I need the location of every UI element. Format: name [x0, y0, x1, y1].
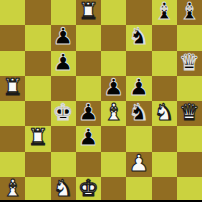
square-b8[interactable] — [25, 0, 50, 25]
square-b6[interactable] — [25, 51, 50, 76]
black-queen-h6[interactable]: ♛ — [179, 51, 200, 74]
square-c8[interactable] — [51, 0, 76, 25]
square-e5[interactable]: ♟ — [101, 76, 126, 101]
square-e2[interactable] — [101, 152, 126, 177]
square-c4[interactable]: ♚ — [51, 101, 76, 126]
black-pawn-d4[interactable]: ♟ — [78, 101, 99, 124]
square-f4[interactable]: ♞ — [126, 101, 151, 126]
white-king-d1[interactable]: ♚ — [78, 177, 99, 200]
black-pawn-f5[interactable]: ♟ — [129, 76, 150, 99]
square-f7[interactable]: ♞ — [126, 25, 151, 50]
square-f6[interactable] — [126, 51, 151, 76]
square-c6[interactable]: ♟ — [51, 51, 76, 76]
square-g1[interactable] — [152, 177, 177, 202]
square-h1[interactable] — [177, 177, 202, 202]
square-f3[interactable] — [126, 126, 151, 151]
square-c2[interactable] — [51, 152, 76, 177]
square-h8[interactable]: ♝ — [177, 0, 202, 25]
white-rook-a5[interactable]: ♜ — [2, 76, 23, 99]
square-e4[interactable]: ♝ — [101, 101, 126, 126]
square-d4[interactable]: ♟ — [76, 101, 101, 126]
square-g6[interactable] — [152, 51, 177, 76]
square-c5[interactable] — [51, 76, 76, 101]
square-d1[interactable]: ♚ — [76, 177, 101, 202]
square-b1[interactable] — [25, 177, 50, 202]
square-d6[interactable] — [76, 51, 101, 76]
square-b4[interactable] — [25, 101, 50, 126]
square-g4[interactable]: ♞ — [152, 101, 177, 126]
square-f1[interactable] — [126, 177, 151, 202]
square-a8[interactable] — [0, 0, 25, 25]
white-pawn-f2[interactable]: ♟ — [129, 152, 150, 175]
square-h7[interactable] — [177, 25, 202, 50]
square-f8[interactable] — [126, 0, 151, 25]
square-h5[interactable] — [177, 76, 202, 101]
white-knight-g4[interactable]: ♞ — [154, 101, 175, 124]
square-e1[interactable] — [101, 177, 126, 202]
square-a4[interactable] — [0, 101, 25, 126]
square-b2[interactable] — [25, 152, 50, 177]
square-b3[interactable]: ♜ — [25, 126, 50, 151]
white-rook-d8[interactable]: ♜ — [78, 0, 99, 23]
square-g8[interactable]: ♝ — [152, 0, 177, 25]
square-g2[interactable] — [152, 152, 177, 177]
square-f2[interactable]: ♟ — [126, 152, 151, 177]
square-e6[interactable] — [101, 51, 126, 76]
white-knight-c1[interactable]: ♞ — [53, 177, 74, 200]
white-bishop-e4[interactable]: ♝ — [103, 101, 124, 124]
square-a5[interactable]: ♜ — [0, 76, 25, 101]
white-bishop-a1[interactable]: ♝ — [2, 177, 23, 200]
black-knight-f4[interactable]: ♞ — [129, 101, 150, 124]
square-d5[interactable] — [76, 76, 101, 101]
square-h6[interactable]: ♛ — [177, 51, 202, 76]
square-h3[interactable] — [177, 126, 202, 151]
black-knight-f7[interactable]: ♞ — [129, 25, 150, 48]
black-bishop-h8[interactable]: ♝ — [179, 0, 200, 23]
square-d7[interactable] — [76, 25, 101, 50]
square-a3[interactable] — [0, 126, 25, 151]
square-d8[interactable]: ♜ — [76, 0, 101, 25]
square-f5[interactable]: ♟ — [126, 76, 151, 101]
square-h4[interactable]: ♛ — [177, 101, 202, 126]
square-d3[interactable]: ♟ — [76, 126, 101, 151]
square-a7[interactable] — [0, 25, 25, 50]
black-pawn-e5[interactable]: ♟ — [103, 76, 124, 99]
black-bishop-g8[interactable]: ♝ — [154, 0, 175, 23]
square-h2[interactable] — [177, 152, 202, 177]
square-c7[interactable]: ♟ — [51, 25, 76, 50]
board-bottom-edge — [0, 200, 202, 202]
black-king-c4[interactable]: ♚ — [53, 101, 74, 124]
square-b5[interactable] — [25, 76, 50, 101]
chess-board: ♜♝♝♟♞♟♛♜♟♟♚♟♝♞♞♛♜♟♟♝♞♚ — [0, 0, 202, 202]
square-d2[interactable] — [76, 152, 101, 177]
square-g3[interactable] — [152, 126, 177, 151]
square-a1[interactable]: ♝ — [0, 177, 25, 202]
square-b7[interactable] — [25, 25, 50, 50]
white-rook-b3[interactable]: ♜ — [28, 126, 49, 149]
square-g5[interactable] — [152, 76, 177, 101]
square-g7[interactable] — [152, 25, 177, 50]
black-pawn-c7[interactable]: ♟ — [53, 25, 74, 48]
chess-board-wrapper: ♜♝♝♟♞♟♛♜♟♟♚♟♝♞♞♛♜♟♟♝♞♚ — [0, 0, 202, 202]
square-c1[interactable]: ♞ — [51, 177, 76, 202]
white-queen-h4[interactable]: ♛ — [179, 101, 200, 124]
black-pawn-c6[interactable]: ♟ — [53, 51, 74, 74]
square-c3[interactable] — [51, 126, 76, 151]
black-pawn-d3[interactable]: ♟ — [78, 126, 99, 149]
square-a2[interactable] — [0, 152, 25, 177]
square-e7[interactable] — [101, 25, 126, 50]
square-a6[interactable] — [0, 51, 25, 76]
square-e8[interactable] — [101, 0, 126, 25]
square-e3[interactable] — [101, 126, 126, 151]
